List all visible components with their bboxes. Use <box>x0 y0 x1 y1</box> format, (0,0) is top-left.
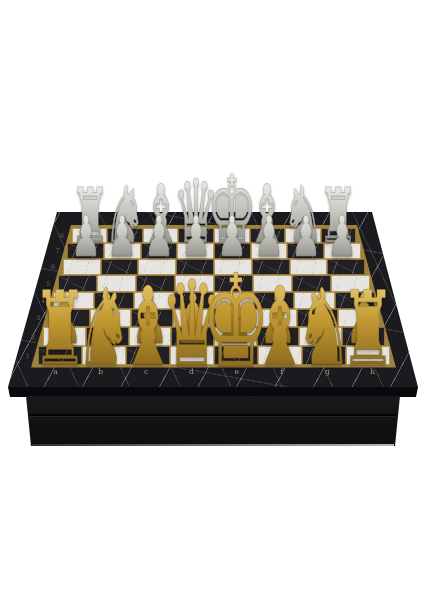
rank-label-7: 7 <box>55 248 59 255</box>
rank-label-1: 1 <box>26 353 30 360</box>
piece-silver-pawn-h7: ♟ <box>327 209 357 265</box>
piece-silver-pawn-b7: ♟ <box>107 209 137 265</box>
piece-silver-pawn-a7: ♟ <box>71 209 101 265</box>
pieces-layer: ♜♞♝♛♚♝♞♜♟♟♟♟♟♟♟♟♟♟♟♟♟♟♟♟♜♞♝♛♚♝♞♜ <box>0 0 424 600</box>
piece-gold-rook-h1: ♜ <box>341 278 396 380</box>
rank-label-8: 8 <box>60 233 64 240</box>
chess-set-product-photo: abcdefgh87654321 ♜♞♝♛♚♝♞♜♟♟♟♟♟♟♟♟♟♟♟♟♟♟♟… <box>0 0 424 600</box>
piece-silver-pawn-g7: ♟ <box>291 209 321 265</box>
